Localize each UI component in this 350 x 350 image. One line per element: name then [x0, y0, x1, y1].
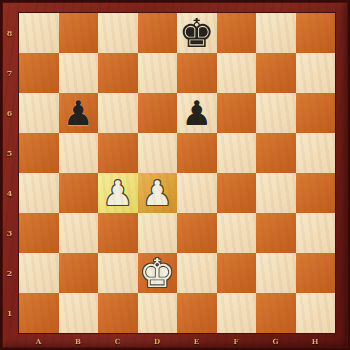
square-f5[interactable] — [217, 133, 257, 173]
square-h8[interactable] — [296, 13, 336, 53]
square-d6[interactable] — [138, 93, 178, 133]
file-label-d: D — [138, 333, 178, 350]
rank-label-1: 1 — [0, 293, 19, 333]
square-b1[interactable] — [59, 293, 99, 333]
board: ♚♟♟♟♟♚ — [19, 13, 335, 333]
square-f1[interactable] — [217, 293, 257, 333]
square-f8[interactable] — [217, 13, 257, 53]
rank-label-5: 5 — [0, 133, 19, 173]
square-d2[interactable]: ♚ — [138, 253, 178, 293]
square-h2[interactable] — [296, 253, 336, 293]
square-h6[interactable] — [296, 93, 336, 133]
square-h1[interactable] — [296, 293, 336, 333]
square-e2[interactable] — [177, 253, 217, 293]
file-label-f: F — [217, 333, 257, 350]
square-g6[interactable] — [256, 93, 296, 133]
white-pawn-c4[interactable]: ♟ — [98, 173, 138, 213]
square-d7[interactable] — [138, 53, 178, 93]
rank-label-3: 3 — [0, 213, 19, 253]
rank-labels: 87654321 — [0, 13, 19, 333]
square-c6[interactable] — [98, 93, 138, 133]
square-e1[interactable] — [177, 293, 217, 333]
square-a6[interactable] — [19, 93, 59, 133]
square-f6[interactable] — [217, 93, 257, 133]
square-c3[interactable] — [98, 213, 138, 253]
square-b2[interactable] — [59, 253, 99, 293]
square-g4[interactable] — [256, 173, 296, 213]
white-king-d2[interactable]: ♚ — [138, 253, 178, 293]
square-f2[interactable] — [217, 253, 257, 293]
rank-label-6: 6 — [0, 93, 19, 133]
square-d3[interactable] — [138, 213, 178, 253]
square-c4[interactable]: ♟ — [98, 173, 138, 213]
square-a3[interactable] — [19, 213, 59, 253]
file-label-h: H — [296, 333, 336, 350]
file-labels: ABCDEFGH — [19, 333, 335, 350]
square-h5[interactable] — [296, 133, 336, 173]
square-a5[interactable] — [19, 133, 59, 173]
square-e3[interactable] — [177, 213, 217, 253]
square-e7[interactable] — [177, 53, 217, 93]
square-h4[interactable] — [296, 173, 336, 213]
file-label-b: B — [59, 333, 99, 350]
square-b3[interactable] — [59, 213, 99, 253]
square-f3[interactable] — [217, 213, 257, 253]
square-b5[interactable] — [59, 133, 99, 173]
square-g2[interactable] — [256, 253, 296, 293]
square-a8[interactable] — [19, 13, 59, 53]
square-a7[interactable] — [19, 53, 59, 93]
square-c1[interactable] — [98, 293, 138, 333]
square-e5[interactable] — [177, 133, 217, 173]
rank-label-7: 7 — [0, 53, 19, 93]
square-g5[interactable] — [256, 133, 296, 173]
square-e8[interactable]: ♚ — [177, 13, 217, 53]
square-f4[interactable] — [217, 173, 257, 213]
file-label-g: G — [256, 333, 296, 350]
square-a4[interactable] — [19, 173, 59, 213]
square-h7[interactable] — [296, 53, 336, 93]
rank-label-4: 4 — [0, 173, 19, 213]
square-a2[interactable] — [19, 253, 59, 293]
square-b8[interactable] — [59, 13, 99, 53]
square-c5[interactable] — [98, 133, 138, 173]
square-d5[interactable] — [138, 133, 178, 173]
square-g1[interactable] — [256, 293, 296, 333]
square-g7[interactable] — [256, 53, 296, 93]
white-pawn-d4[interactable]: ♟ — [138, 173, 178, 213]
square-e4[interactable] — [177, 173, 217, 213]
square-g8[interactable] — [256, 13, 296, 53]
black-king-e8[interactable]: ♚ — [177, 13, 217, 53]
square-a1[interactable] — [19, 293, 59, 333]
square-d8[interactable] — [138, 13, 178, 53]
file-label-e: E — [177, 333, 217, 350]
square-e6[interactable]: ♟ — [177, 93, 217, 133]
square-c2[interactable] — [98, 253, 138, 293]
black-pawn-e6[interactable]: ♟ — [177, 93, 217, 133]
chess-board-window: ♚♟♟♟♟♚ 87654321 ABCDEFGH — [0, 0, 350, 350]
black-pawn-b6[interactable]: ♟ — [59, 93, 99, 133]
square-f7[interactable] — [217, 53, 257, 93]
rank-label-2: 2 — [0, 253, 19, 293]
square-h3[interactable] — [296, 213, 336, 253]
file-label-a: A — [19, 333, 59, 350]
square-b6[interactable]: ♟ — [59, 93, 99, 133]
square-b7[interactable] — [59, 53, 99, 93]
square-b4[interactable] — [59, 173, 99, 213]
rank-label-8: 8 — [0, 13, 19, 53]
square-d4[interactable]: ♟ — [138, 173, 178, 213]
square-c7[interactable] — [98, 53, 138, 93]
square-d1[interactable] — [138, 293, 178, 333]
square-g3[interactable] — [256, 213, 296, 253]
square-c8[interactable] — [98, 13, 138, 53]
file-label-c: C — [98, 333, 138, 350]
